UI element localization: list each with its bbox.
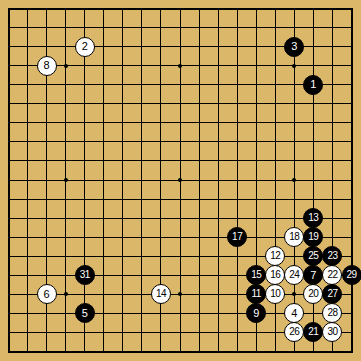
stone-black-5[interactable]: 5 [75, 303, 95, 323]
go-board[interactable]: 1234567891011121314151617181920212223242… [0, 0, 361, 361]
stone-black-31[interactable]: 31 [75, 265, 95, 285]
grid-line-vertical [199, 8, 200, 352]
stone-black-29[interactable]: 29 [342, 265, 361, 285]
grid-line-vertical [237, 8, 238, 352]
star-point [64, 178, 68, 182]
grid-line-horizontal [8, 256, 352, 257]
stone-black-1[interactable]: 1 [303, 75, 323, 95]
stone-black-3[interactable]: 3 [284, 37, 304, 57]
star-point [178, 64, 182, 68]
stone-white-8[interactable]: 8 [37, 56, 57, 76]
grid-line-horizontal [8, 218, 352, 219]
grid-line-horizontal [8, 199, 352, 200]
star-point [64, 64, 68, 68]
stone-white-6[interactable]: 6 [37, 284, 57, 304]
star-point [178, 178, 182, 182]
stone-white-2[interactable]: 2 [75, 37, 95, 57]
grid-line-vertical [218, 8, 219, 352]
